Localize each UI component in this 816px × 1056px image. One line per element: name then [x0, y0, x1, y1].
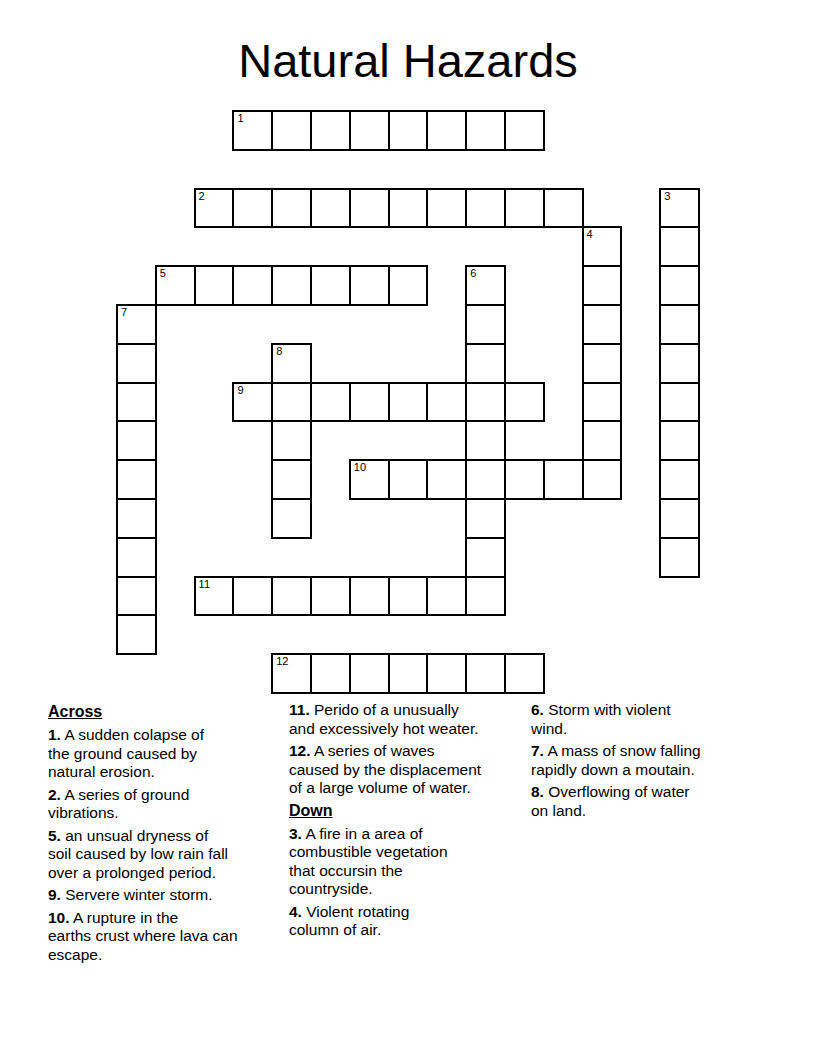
cell-number: 1: [237, 112, 243, 125]
clue-text: Perido of a unusually and excessively ho…: [289, 701, 479, 737]
clue-text: an unsual dryness of soil caused by low …: [48, 827, 228, 881]
clue-number: 6.: [531, 701, 544, 718]
grid-cell[interactable]: [388, 265, 429, 306]
grid-cell[interactable]: [310, 576, 351, 617]
grid-cell[interactable]: [349, 576, 390, 617]
grid-cell[interactable]: [116, 420, 157, 461]
grid-cell[interactable]: 9: [232, 382, 273, 423]
clue-3-down: 3. A fire in a area of combustible veget…: [289, 825, 529, 899]
grid-cell[interactable]: [465, 653, 506, 694]
grid-cell[interactable]: [659, 420, 700, 461]
clue-text: A sudden colapse of the ground caused by…: [48, 726, 204, 780]
clue-number: 2.: [48, 786, 61, 803]
grid-cell[interactable]: [349, 110, 390, 151]
grid-cell[interactable]: [504, 653, 545, 694]
cell-number: 8: [276, 345, 282, 358]
grid-cell[interactable]: [271, 265, 312, 306]
grid-cell[interactable]: [659, 382, 700, 423]
clue-number: 4.: [289, 903, 302, 920]
clue-text: A series of waves caused by the displace…: [289, 742, 481, 796]
cell-number: 7: [121, 306, 127, 319]
clue-4-down: 4. Violent rotating column of air.: [289, 903, 529, 940]
grid-cell[interactable]: [310, 188, 351, 229]
grid-cell[interactable]: [659, 498, 700, 539]
cell-number: 4: [587, 228, 593, 241]
clue-9-across: 9. Servere winter storm.: [48, 886, 285, 905]
clue-12-across: 12. A series of waves caused by the disp…: [289, 742, 529, 798]
clue-number: 7.: [531, 742, 544, 759]
grid-cell[interactable]: [659, 304, 700, 345]
clue-8-down: 8. Overflowing of water on land.: [531, 783, 774, 820]
clue-text: Violent rotating column of air.: [289, 903, 409, 939]
grid-cell[interactable]: [271, 498, 312, 539]
grid-cell[interactable]: [582, 343, 623, 384]
grid-cell[interactable]: [349, 382, 390, 423]
clue-7-down: 7. A mass of snow falling rapidly down a…: [531, 742, 774, 779]
grid-cell[interactable]: [543, 188, 584, 229]
grid-cell[interactable]: [582, 265, 623, 306]
grid-cell[interactable]: [310, 382, 351, 423]
clue-text: A fire in a area of combustible vegetati…: [289, 825, 448, 898]
grid-cell[interactable]: [543, 459, 584, 500]
grid-cell[interactable]: [465, 343, 506, 384]
clue-5-across: 5. an unsual dryness of soil caused by l…: [48, 827, 285, 883]
cell-number: 11: [199, 578, 210, 591]
clue-text: A rupture in the earths crust where lava…: [48, 909, 238, 963]
clue-number: 9.: [48, 886, 61, 903]
grid-cell[interactable]: [504, 382, 545, 423]
cell-number: 3: [664, 190, 670, 203]
clue-text: A mass of snow falling rapidly down a mo…: [531, 742, 701, 778]
grid-cell[interactable]: [232, 265, 273, 306]
grid-cell[interactable]: [232, 188, 273, 229]
grid-cell[interactable]: [426, 459, 467, 500]
grid-cell[interactable]: 5: [155, 265, 196, 306]
grid-cell[interactable]: [116, 459, 157, 500]
grid-cell[interactable]: [582, 382, 623, 423]
grid-cell[interactable]: [465, 576, 506, 617]
grid-cell[interactable]: 6: [465, 265, 506, 306]
grid-cell[interactable]: [271, 576, 312, 617]
grid-cell[interactable]: [271, 110, 312, 151]
puzzle-title: Natural Hazards: [0, 33, 816, 88]
clues-column-2: 11. Perido of a unusually and excessivel…: [289, 701, 529, 944]
clues-column-3: 6. Storm with violent wind.7. A mass of …: [531, 701, 774, 824]
cell-number: 9: [237, 384, 243, 397]
grid-cell[interactable]: [271, 420, 312, 461]
grid-cell[interactable]: [388, 459, 429, 500]
grid-cell[interactable]: 8: [271, 343, 312, 384]
clue-number: 5.: [48, 827, 61, 844]
grid-cell[interactable]: [310, 653, 351, 694]
grid-cell[interactable]: [116, 576, 157, 617]
grid-cell[interactable]: [116, 343, 157, 384]
crossword-grid: 123456789101112: [116, 110, 700, 694]
clues-column-1: Across1. A sudden colapse of the ground …: [48, 701, 285, 968]
grid-cell[interactable]: [271, 382, 312, 423]
grid-cell[interactable]: [465, 459, 506, 500]
grid-cell[interactable]: [465, 382, 506, 423]
cell-number: 10: [354, 461, 366, 474]
grid-cell[interactable]: 11: [194, 576, 235, 617]
grid-cell[interactable]: [659, 265, 700, 306]
clue-10-across: 10. A rupture in the earths crust where …: [48, 909, 285, 965]
clue-number: 1.: [48, 726, 61, 743]
grid-cell[interactable]: 7: [116, 304, 157, 345]
cell-number: 6: [470, 267, 476, 280]
grid-cell[interactable]: [659, 343, 700, 384]
grid-cell[interactable]: 1: [232, 110, 273, 151]
across-heading: Across: [48, 703, 285, 721]
grid-cell[interactable]: 2: [194, 188, 235, 229]
grid-cell[interactable]: [504, 188, 545, 229]
clue-text: Overflowing of water on land.: [531, 783, 690, 819]
crossword-page: Natural Hazards 123456789101112 Across1.…: [0, 0, 816, 1056]
grid-cell[interactable]: 3: [659, 188, 700, 229]
grid-cell[interactable]: [465, 498, 506, 539]
grid-cell[interactable]: [116, 614, 157, 655]
down-heading: Down: [289, 802, 529, 820]
grid-cell[interactable]: [310, 265, 351, 306]
grid-cell[interactable]: [659, 537, 700, 578]
grid-cell[interactable]: [582, 420, 623, 461]
clue-number: 12.: [289, 742, 311, 759]
grid-cell[interactable]: [116, 382, 157, 423]
grid-cell[interactable]: [659, 226, 700, 267]
clue-number: 10.: [48, 909, 70, 926]
cell-number: 5: [160, 267, 166, 280]
clue-text: A series of ground vibrations.: [48, 786, 189, 822]
grid-cell[interactable]: [388, 653, 429, 694]
grid-cell[interactable]: [388, 382, 429, 423]
grid-cell[interactable]: [582, 304, 623, 345]
grid-cell[interactable]: [388, 110, 429, 151]
grid-cell[interactable]: [232, 576, 273, 617]
grid-cell[interactable]: [659, 459, 700, 500]
clue-text: Storm with violent wind.: [531, 701, 671, 737]
grid-cell[interactable]: [116, 498, 157, 539]
clue-number: 3.: [289, 825, 302, 842]
grid-cell[interactable]: [194, 265, 235, 306]
grid-cell[interactable]: [426, 382, 467, 423]
grid-cell[interactable]: [465, 188, 506, 229]
clue-6-down: 6. Storm with violent wind.: [531, 701, 774, 738]
grid-cell[interactable]: [426, 188, 467, 229]
cell-number: 2: [199, 190, 205, 203]
grid-cell[interactable]: [465, 304, 506, 345]
grid-cell[interactable]: 12: [271, 653, 312, 694]
grid-cell[interactable]: [310, 110, 351, 151]
grid-cell[interactable]: [388, 188, 429, 229]
grid-cell[interactable]: [426, 653, 467, 694]
grid-cell[interactable]: [349, 653, 390, 694]
clue-text: Servere winter storm.: [61, 886, 213, 903]
clue-number: 11.: [289, 701, 310, 718]
clue-number: 8.: [531, 783, 544, 800]
grid-cell[interactable]: [349, 265, 390, 306]
grid-cell[interactable]: [465, 110, 506, 151]
cell-number: 12: [276, 655, 288, 668]
grid-cell[interactable]: [388, 576, 429, 617]
clue-11-across: 11. Perido of a unusually and excessivel…: [289, 701, 529, 738]
grid-cell[interactable]: 4: [582, 226, 623, 267]
grid-cell[interactable]: [582, 459, 623, 500]
grid-cell[interactable]: [504, 459, 545, 500]
grid-cell[interactable]: [271, 188, 312, 229]
grid-cell[interactable]: 10: [349, 459, 390, 500]
grid-cell[interactable]: [504, 110, 545, 151]
grid-cell[interactable]: [271, 459, 312, 500]
clue-1-across: 1. A sudden colapse of the ground caused…: [48, 726, 285, 782]
grid-cell[interactable]: [465, 537, 506, 578]
grid-cell[interactable]: [116, 537, 157, 578]
grid-cell[interactable]: [426, 576, 467, 617]
grid-cell[interactable]: [465, 420, 506, 461]
clue-2-across: 2. A series of ground vibrations.: [48, 786, 285, 823]
grid-cell[interactable]: [349, 188, 390, 229]
grid-cell[interactable]: [426, 110, 467, 151]
